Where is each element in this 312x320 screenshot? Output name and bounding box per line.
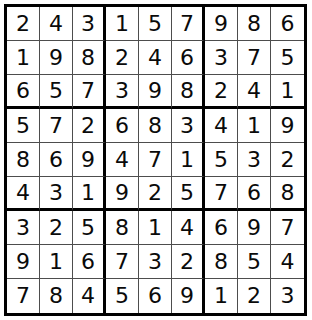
cell-r6c8: 6 [238,177,271,211]
cell-r9c4: 5 [106,279,139,313]
cell-r5c7: 5 [205,143,238,177]
cell-r5c8: 3 [238,143,271,177]
cell-r3c4: 3 [106,75,139,109]
cell-r5c1: 8 [7,143,40,177]
cell-r9c9: 3 [271,279,304,313]
cell-r8c1: 9 [7,245,40,279]
cell-r9c7: 1 [205,279,238,313]
cell-r3c8: 4 [238,75,271,109]
sudoku-diagram: 2431579861982463756573982415726834198694… [0,0,312,320]
cell-r8c9: 4 [271,245,304,279]
cell-r6c7: 7 [205,177,238,211]
cell-r3c1: 6 [7,75,40,109]
cell-r9c1: 7 [7,279,40,313]
cell-r4c3: 2 [73,109,106,143]
cell-r9c8: 2 [238,279,271,313]
cell-r2c5: 4 [139,41,172,75]
cell-r2c3: 8 [73,41,106,75]
cell-r3c2: 5 [40,75,73,109]
cell-r3c7: 2 [205,75,238,109]
cell-r1c6: 7 [172,7,205,41]
cell-r6c2: 3 [40,177,73,211]
cell-r1c4: 1 [106,7,139,41]
sudoku-board: 2431579861982463756573982415726834198694… [4,4,307,316]
cell-r7c1: 3 [7,211,40,245]
cell-r5c4: 4 [106,143,139,177]
cell-r8c2: 1 [40,245,73,279]
cell-r4c1: 5 [7,109,40,143]
cell-r8c3: 6 [73,245,106,279]
cell-r1c1: 2 [7,7,40,41]
cell-r7c8: 9 [238,211,271,245]
cell-r7c6: 4 [172,211,205,245]
cell-r5c9: 2 [271,143,304,177]
cell-r2c6: 6 [172,41,205,75]
cell-r2c9: 5 [271,41,304,75]
cell-r9c3: 4 [73,279,106,313]
cell-r4c9: 9 [271,109,304,143]
cell-r3c9: 1 [271,75,304,109]
cell-r1c2: 4 [40,7,73,41]
cell-r2c8: 7 [238,41,271,75]
cell-r9c6: 9 [172,279,205,313]
cell-r8c7: 8 [205,245,238,279]
cell-r7c2: 2 [40,211,73,245]
cell-r1c3: 3 [73,7,106,41]
cell-r6c4: 9 [106,177,139,211]
cell-r7c7: 6 [205,211,238,245]
cell-r2c1: 1 [7,41,40,75]
cell-r6c3: 1 [73,177,106,211]
cell-r3c3: 7 [73,75,106,109]
cell-r2c2: 9 [40,41,73,75]
cell-r6c5: 2 [139,177,172,211]
cell-r2c4: 2 [106,41,139,75]
cell-r4c4: 6 [106,109,139,143]
cell-r9c5: 6 [139,279,172,313]
cell-r8c4: 7 [106,245,139,279]
cell-r4c8: 1 [238,109,271,143]
cell-r6c6: 5 [172,177,205,211]
cell-r8c6: 2 [172,245,205,279]
cell-r1c8: 8 [238,7,271,41]
cell-r1c7: 9 [205,7,238,41]
cell-r7c9: 7 [271,211,304,245]
cell-r9c2: 8 [40,279,73,313]
cell-r3c5: 9 [139,75,172,109]
cell-r6c9: 8 [271,177,304,211]
cell-r4c7: 4 [205,109,238,143]
cell-r1c5: 5 [139,7,172,41]
cell-r6c1: 4 [7,177,40,211]
cell-r8c8: 5 [238,245,271,279]
cell-r2c7: 3 [205,41,238,75]
cell-r7c3: 5 [73,211,106,245]
cell-r7c5: 1 [139,211,172,245]
cell-r1c9: 6 [271,7,304,41]
cell-r5c3: 9 [73,143,106,177]
cell-r4c5: 8 [139,109,172,143]
cell-r4c6: 3 [172,109,205,143]
cell-r7c4: 8 [106,211,139,245]
cell-r3c6: 8 [172,75,205,109]
cell-r5c6: 1 [172,143,205,177]
cell-r4c2: 7 [40,109,73,143]
cell-r5c2: 6 [40,143,73,177]
cell-r5c5: 7 [139,143,172,177]
cell-r8c5: 3 [139,245,172,279]
